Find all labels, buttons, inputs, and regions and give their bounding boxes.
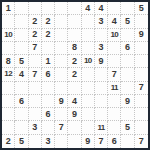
given-number: 5: [19, 57, 24, 66]
cell[interactable]: [15, 108, 28, 121]
cell[interactable]: 4: [68, 95, 81, 108]
cell[interactable]: [68, 121, 81, 134]
cell[interactable]: [135, 55, 148, 68]
cell[interactable]: 6: [15, 95, 28, 108]
given-number: 3: [32, 123, 37, 132]
cell[interactable]: [121, 29, 134, 42]
cell[interactable]: [95, 95, 108, 108]
cell[interactable]: [55, 15, 68, 28]
given-number: 3: [99, 43, 104, 52]
cell[interactable]: 3: [29, 121, 42, 134]
cell[interactable]: 4: [95, 2, 108, 15]
cell[interactable]: [68, 29, 81, 42]
given-number: 4: [99, 4, 104, 13]
cell[interactable]: [121, 135, 134, 148]
cell[interactable]: 2: [68, 68, 81, 81]
cell[interactable]: [15, 42, 28, 55]
given-number: 5: [125, 17, 130, 26]
cell[interactable]: [82, 29, 95, 42]
cell[interactable]: [95, 108, 108, 121]
given-number: 4: [19, 70, 24, 79]
cell[interactable]: 7: [108, 68, 121, 81]
given-number: 6: [125, 43, 130, 52]
cell[interactable]: [55, 55, 68, 68]
given-number: 2: [32, 30, 37, 39]
cell[interactable]: [29, 82, 42, 95]
cell[interactable]: [2, 42, 15, 55]
cell[interactable]: 3: [42, 135, 55, 148]
cell[interactable]: 2: [29, 29, 42, 42]
cell[interactable]: 7: [29, 68, 42, 81]
cell[interactable]: [55, 42, 68, 55]
cell[interactable]: [108, 42, 121, 55]
cell[interactable]: 6: [42, 108, 55, 121]
given-number: 2: [45, 17, 50, 26]
cell[interactable]: 5: [15, 55, 28, 68]
cell[interactable]: [82, 82, 95, 95]
given-number: 4: [85, 4, 90, 13]
cell[interactable]: [42, 82, 55, 95]
cell[interactable]: [15, 2, 28, 15]
cell[interactable]: 2: [42, 29, 55, 42]
cell[interactable]: [42, 121, 55, 134]
cell[interactable]: [108, 2, 121, 15]
cell[interactable]: 1: [42, 55, 55, 68]
given-number: 7: [139, 83, 144, 92]
cell[interactable]: 6: [108, 135, 121, 148]
given-number: 4: [112, 17, 117, 26]
cell[interactable]: 10: [2, 29, 15, 42]
cell[interactable]: 1: [2, 2, 15, 15]
cell[interactable]: [135, 95, 148, 108]
given-number: 9: [99, 57, 104, 66]
cell[interactable]: [108, 108, 121, 121]
cell[interactable]: [29, 55, 42, 68]
given-number: 11: [97, 124, 104, 132]
cell[interactable]: [2, 108, 15, 121]
cell[interactable]: [121, 82, 134, 95]
cell[interactable]: 9: [95, 55, 108, 68]
cell[interactable]: [42, 2, 55, 15]
cell[interactable]: 9: [82, 135, 95, 148]
given-number: 7: [59, 123, 64, 132]
cell[interactable]: [121, 55, 134, 68]
cell[interactable]: [55, 135, 68, 148]
cell[interactable]: 8: [2, 55, 15, 68]
cell[interactable]: [108, 95, 121, 108]
cell[interactable]: [121, 2, 134, 15]
cell[interactable]: 5: [121, 121, 134, 134]
given-number: 7: [99, 137, 104, 146]
puzzle-board: 1445223451022109783685121091247627117694…: [0, 0, 150, 150]
given-number: 6: [45, 70, 50, 79]
cell[interactable]: [55, 68, 68, 81]
given-number: 9: [85, 137, 90, 146]
given-number: 4: [72, 97, 77, 106]
cell[interactable]: [121, 68, 134, 81]
cell[interactable]: [2, 121, 15, 134]
cell[interactable]: [82, 108, 95, 121]
cell[interactable]: [68, 2, 81, 15]
cell[interactable]: 10: [82, 55, 95, 68]
cell[interactable]: [82, 15, 95, 28]
cell[interactable]: 2: [29, 15, 42, 28]
given-number: 1: [6, 4, 11, 13]
cell[interactable]: [135, 68, 148, 81]
cell[interactable]: 2: [2, 135, 15, 148]
cell[interactable]: [15, 15, 28, 28]
given-number: 3: [45, 137, 50, 146]
cell[interactable]: 3: [95, 15, 108, 28]
cell[interactable]: 5: [121, 15, 134, 28]
cell[interactable]: 5: [135, 2, 148, 15]
given-number: 9: [59, 97, 64, 106]
given-number: 9: [72, 110, 77, 119]
cell[interactable]: 8: [68, 42, 81, 55]
given-number: 2: [72, 70, 77, 79]
cell[interactable]: [15, 82, 28, 95]
cell[interactable]: 10: [108, 29, 121, 42]
cell[interactable]: 2: [68, 55, 81, 68]
cell[interactable]: [29, 95, 42, 108]
given-number: 7: [32, 70, 37, 79]
cell[interactable]: 7: [95, 135, 108, 148]
given-number: 9: [125, 97, 130, 106]
cell[interactable]: [42, 42, 55, 55]
given-number: 5: [139, 4, 144, 13]
cell[interactable]: [135, 108, 148, 121]
cell[interactable]: [68, 135, 81, 148]
cell[interactable]: [15, 29, 28, 42]
cell[interactable]: [2, 82, 15, 95]
given-number: 2: [45, 30, 50, 39]
cell[interactable]: 2: [42, 15, 55, 28]
given-number: 3: [99, 17, 104, 26]
cell[interactable]: [82, 68, 95, 81]
given-number: 10: [4, 31, 12, 39]
cell[interactable]: [55, 82, 68, 95]
cell[interactable]: [2, 15, 15, 28]
cell[interactable]: 6: [42, 68, 55, 81]
given-number: 7: [112, 70, 117, 79]
cell[interactable]: [82, 121, 95, 134]
cell[interactable]: [29, 2, 42, 15]
cell[interactable]: [42, 95, 55, 108]
given-number: 6: [19, 97, 24, 106]
cell[interactable]: [135, 42, 148, 55]
cell[interactable]: [108, 121, 121, 134]
cell[interactable]: [55, 2, 68, 15]
cell[interactable]: [95, 68, 108, 81]
cell[interactable]: [135, 15, 148, 28]
cell[interactable]: [68, 15, 81, 28]
cell[interactable]: 5: [15, 135, 28, 148]
cell[interactable]: 7: [135, 135, 148, 148]
given-number: 6: [112, 137, 117, 146]
cell[interactable]: [95, 82, 108, 95]
cell[interactable]: [29, 108, 42, 121]
cell[interactable]: 11: [95, 121, 108, 134]
cell[interactable]: [2, 95, 15, 108]
given-number: 2: [6, 137, 11, 146]
cell[interactable]: [121, 108, 134, 121]
cell[interactable]: 12: [2, 68, 15, 81]
given-number: 8: [6, 57, 11, 66]
given-number: 12: [4, 70, 12, 78]
cell[interactable]: [15, 121, 28, 134]
given-number: 9: [139, 30, 144, 39]
cell[interactable]: 7: [55, 121, 68, 134]
cell[interactable]: 7: [135, 82, 148, 95]
cell[interactable]: 9: [68, 108, 81, 121]
cell[interactable]: 9: [135, 29, 148, 42]
cell[interactable]: 9: [55, 95, 68, 108]
cell[interactable]: [55, 29, 68, 42]
cell[interactable]: 11: [108, 82, 121, 95]
cell[interactable]: [108, 55, 121, 68]
cell[interactable]: 3: [95, 42, 108, 55]
cell[interactable]: 9: [121, 95, 134, 108]
given-number: 11: [111, 84, 118, 92]
cell[interactable]: [82, 95, 95, 108]
given-number: 5: [125, 123, 130, 132]
given-number: 7: [139, 137, 144, 146]
cell[interactable]: [29, 135, 42, 148]
given-number: 2: [72, 57, 77, 66]
cell[interactable]: [95, 29, 108, 42]
given-number: 5: [19, 137, 24, 146]
given-number: 8: [72, 43, 77, 52]
cell[interactable]: 6: [121, 42, 134, 55]
cell[interactable]: 4: [15, 68, 28, 81]
given-number: 6: [45, 110, 50, 119]
given-number: 7: [32, 43, 37, 52]
cell[interactable]: [68, 82, 81, 95]
cell[interactable]: 4: [82, 2, 95, 15]
cell[interactable]: [135, 121, 148, 134]
cell[interactable]: [82, 42, 95, 55]
given-number: 2: [32, 17, 37, 26]
cell[interactable]: [55, 108, 68, 121]
given-number: 10: [84, 57, 92, 65]
given-number: 1: [45, 57, 50, 66]
given-number: 10: [110, 31, 118, 39]
cell[interactable]: 4: [108, 15, 121, 28]
cell[interactable]: 7: [29, 42, 42, 55]
